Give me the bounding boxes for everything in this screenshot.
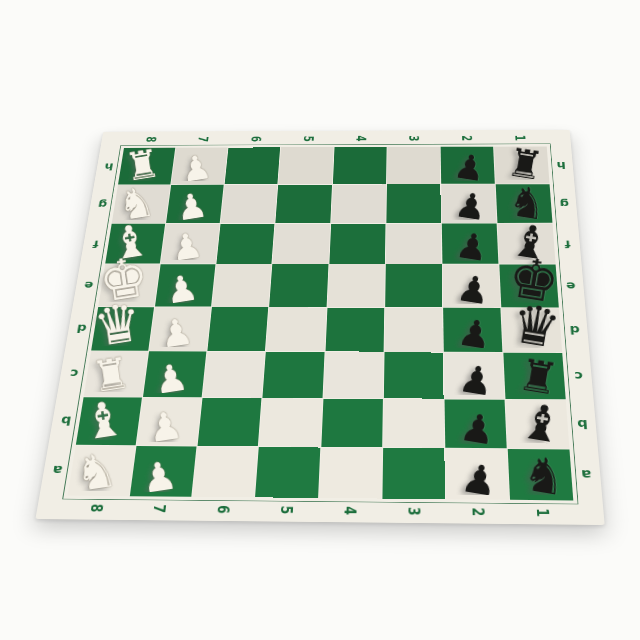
square-d2[interactable]: ♟	[443, 308, 502, 352]
file-label-text: g	[559, 198, 569, 209]
square-b8[interactable]: ♝	[76, 397, 142, 445]
square-e4[interactable]	[327, 265, 385, 307]
square-h4[interactable]	[332, 147, 386, 184]
rank-label-text: 1	[533, 508, 552, 517]
rank-label-bottom-7: 7	[127, 497, 192, 521]
square-b1[interactable]: ♝	[505, 400, 569, 449]
file-label-right-g: g	[550, 184, 577, 223]
black-queen-d1[interactable]: ♛	[508, 297, 564, 355]
rank-label-bottom-4: 4	[318, 499, 382, 523]
white-pawn-f7[interactable]: ♟	[169, 228, 205, 266]
square-g5[interactable]	[276, 185, 332, 224]
file-label-text: d	[76, 322, 88, 334]
file-label-text: e	[566, 280, 576, 292]
margin-corner	[546, 130, 571, 146]
rank-label-text: 4	[353, 136, 368, 142]
square-d8[interactable]: ♛	[91, 307, 154, 351]
file-label-text: g	[97, 199, 108, 210]
margin-corner	[35, 496, 66, 519]
rank-label-bottom-3: 3	[382, 499, 445, 523]
rank-label-text: 2	[469, 507, 487, 516]
square-c3[interactable]	[384, 352, 444, 398]
square-e7[interactable]: ♟	[155, 264, 215, 306]
file-label-text: a	[581, 467, 592, 482]
rank-label-text: 5	[300, 136, 315, 142]
square-h6[interactable]	[225, 147, 281, 184]
rank-label-bottom-5: 5	[254, 498, 318, 522]
square-f3[interactable]	[385, 224, 441, 264]
white-knight-a8[interactable]: ♞	[72, 448, 120, 498]
square-f4[interactable]	[329, 224, 385, 264]
rank-label-top-6: 6	[229, 131, 282, 147]
black-pawn-b2[interactable]: ♟	[458, 408, 499, 450]
square-a6[interactable]	[193, 446, 259, 497]
square-h3[interactable]	[387, 147, 441, 184]
square-b7[interactable]: ♟	[137, 397, 202, 445]
white-bishop-b8[interactable]: ♝	[79, 396, 128, 447]
white-pawn-c7[interactable]: ♟	[152, 358, 190, 398]
square-g6[interactable]	[221, 185, 278, 223]
square-a1[interactable]: ♞	[508, 449, 574, 501]
square-f7[interactable]: ♟	[161, 224, 220, 264]
rank-label-text: 3	[404, 507, 422, 516]
rank-label-top-3: 3	[387, 130, 439, 146]
rank-label-text: 7	[150, 504, 169, 513]
rank-label-text: 8	[87, 504, 106, 513]
square-c6[interactable]	[203, 351, 265, 397]
square-d1[interactable]: ♛	[501, 308, 562, 352]
rank-label-top-5: 5	[281, 131, 334, 147]
square-e6[interactable]	[212, 264, 272, 306]
square-d7[interactable]: ♟	[149, 307, 211, 351]
square-a2[interactable]: ♟	[445, 448, 509, 499]
file-label-right-h: h	[548, 146, 575, 183]
file-label-text: c	[69, 367, 79, 380]
white-pawn-h7[interactable]: ♟	[179, 150, 213, 186]
square-a7[interactable]: ♟	[130, 446, 197, 497]
board-tilt-wrapper: 87654321h♜♟♟♜hg♞♟♟♞gf♝♟♟♝fe♚♟♟♚ed♛♟♟♛dc♜…	[32, 0, 608, 525]
file-label-text: b	[60, 414, 72, 428]
square-f5[interactable]	[273, 224, 330, 264]
white-pawn-d7[interactable]: ♟	[158, 313, 195, 352]
rank-label-text: 3	[406, 135, 421, 141]
margin-corner	[574, 501, 604, 525]
square-d4[interactable]	[325, 307, 384, 351]
square-f2[interactable]: ♟	[442, 224, 499, 264]
black-pawn-a2[interactable]: ♟	[459, 458, 501, 501]
white-pawn-e7[interactable]: ♟	[163, 269, 199, 308]
black-knight-a1[interactable]: ♞	[519, 451, 569, 503]
square-d5[interactable]	[266, 307, 326, 351]
square-e2[interactable]: ♟	[442, 265, 500, 307]
black-bishop-b1[interactable]: ♝	[516, 398, 567, 451]
file-label-right-a: a	[570, 449, 602, 500]
square-d3[interactable]	[384, 307, 442, 351]
square-a3[interactable]	[382, 448, 445, 499]
black-pawn-h2[interactable]: ♟	[452, 149, 487, 185]
square-c4[interactable]	[323, 352, 383, 398]
square-h5[interactable]	[279, 147, 334, 184]
rank-label-bottom-6: 6	[190, 498, 254, 522]
file-label-right-d: d	[560, 308, 590, 352]
rank-label-top-2: 2	[440, 130, 493, 146]
square-h2[interactable]: ♟	[440, 147, 494, 184]
square-d6[interactable]	[208, 307, 269, 351]
rank-label-bottom-8: 8	[64, 496, 129, 520]
rank-label-text: 4	[340, 506, 358, 515]
rank-label-text: 5	[277, 506, 295, 515]
square-e3[interactable]	[385, 265, 442, 307]
square-f6[interactable]	[217, 224, 275, 264]
square-c7[interactable]: ♟	[143, 351, 207, 397]
black-pawn-e2[interactable]: ♟	[455, 270, 493, 309]
square-c2[interactable]: ♟	[444, 352, 505, 399]
square-g3[interactable]	[386, 184, 441, 223]
file-label-text: b	[576, 417, 588, 431]
black-pawn-g2[interactable]: ♟	[453, 188, 489, 225]
square-b4[interactable]	[321, 398, 383, 447]
square-h7[interactable]: ♟	[171, 148, 227, 185]
rank-label-top-7: 7	[176, 131, 229, 147]
square-g2[interactable]: ♟	[441, 184, 496, 223]
square-g7[interactable]: ♟	[166, 185, 224, 223]
square-b5[interactable]	[259, 398, 322, 446]
square-c1[interactable]: ♜	[503, 353, 565, 400]
black-pawn-c2[interactable]: ♟	[457, 359, 497, 400]
rank-label-text: 6	[248, 136, 263, 142]
black-pawn-f2[interactable]: ♟	[454, 228, 491, 266]
white-queen-d8[interactable]: ♛	[91, 296, 145, 353]
file-label-text: a	[51, 463, 63, 477]
file-label-text: h	[556, 160, 566, 171]
file-label-right-c: c	[563, 353, 593, 400]
file-label-text: c	[573, 369, 583, 382]
rank-label-text: 2	[459, 135, 474, 141]
white-pawn-g7[interactable]: ♟	[174, 188, 209, 225]
rank-label-top-4: 4	[334, 131, 386, 147]
file-label-text: h	[103, 161, 114, 171]
square-e5[interactable]	[270, 265, 329, 307]
rank-label-bottom-1: 1	[510, 501, 575, 525]
square-c5[interactable]	[263, 352, 324, 398]
file-label-text: f	[564, 238, 571, 250]
square-a8[interactable]: ♞	[68, 446, 136, 497]
square-g4[interactable]	[331, 185, 386, 224]
file-label-right-b: b	[567, 400, 598, 449]
rank-label-text: 6	[213, 505, 232, 514]
square-b3[interactable]	[383, 399, 444, 448]
file-label-text: e	[83, 279, 94, 291]
black-pawn-d2[interactable]: ♟	[456, 314, 495, 354]
chess-board: 87654321h♜♟♟♜hg♞♟♟♞gf♝♟♟♝fe♚♟♟♚ed♛♟♟♛dc♜…	[35, 130, 604, 525]
file-label-text: f	[92, 238, 100, 249]
square-b2[interactable]: ♟	[444, 399, 506, 448]
file-label-text: d	[569, 323, 580, 336]
square-a5[interactable]	[255, 447, 319, 498]
white-pawn-b7[interactable]: ♟	[145, 406, 184, 447]
rank-label-text: 7	[195, 136, 210, 142]
photo-scene: 87654321h♜♟♟♜hg♞♟♟♞gf♝♟♟♝fe♚♟♟♚ed♛♟♟♛dc♜…	[0, 0, 640, 640]
file-label-left-a: a	[40, 445, 75, 495]
white-pawn-a7[interactable]: ♟	[139, 456, 179, 498]
square-a4[interactable]	[319, 447, 382, 498]
square-b6[interactable]	[198, 398, 262, 446]
rank-label-bottom-2: 2	[446, 500, 510, 524]
